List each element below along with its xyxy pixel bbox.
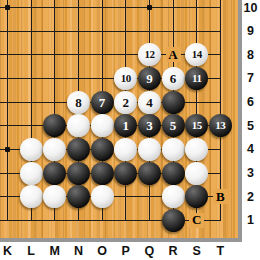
white-stone-R7: 6 xyxy=(162,67,185,90)
black-stone-Q7: 9 xyxy=(138,67,161,90)
white-stone-R4 xyxy=(162,138,185,161)
black-stone-O6: 7 xyxy=(91,91,114,114)
black-stone-R6 xyxy=(162,91,185,114)
move-number: 11 xyxy=(192,73,201,84)
black-stone-M5 xyxy=(43,114,66,137)
move-number: 12 xyxy=(144,49,154,60)
white-stone-Q8: 12 xyxy=(138,43,161,66)
black-stone-P5: 1 xyxy=(114,114,137,137)
white-stone-S4 xyxy=(185,138,208,161)
move-number: 8 xyxy=(75,96,82,109)
move-number: 4 xyxy=(146,96,153,109)
white-stone-N5 xyxy=(67,114,90,137)
move-number: 3 xyxy=(146,119,153,132)
star-point xyxy=(5,5,10,10)
column-coordinate-K: K xyxy=(0,243,16,259)
black-stone-N2 xyxy=(67,185,90,208)
star-point xyxy=(5,147,10,152)
grid-line-horizontal xyxy=(0,220,221,221)
point-label-C[interactable]: C xyxy=(189,213,204,228)
white-stone-O5 xyxy=(91,114,114,137)
column-coordinate-M: M xyxy=(46,243,63,259)
black-stone-Q3 xyxy=(138,162,161,185)
board-edge-bottom xyxy=(0,238,242,242)
column-coordinate-T: T xyxy=(212,243,229,259)
black-stone-M3 xyxy=(43,162,66,185)
white-stone-L2 xyxy=(20,185,43,208)
row-coordinate-2: 2 xyxy=(241,189,260,205)
white-stone-P7: 10 xyxy=(114,67,137,90)
row-coordinate-5: 5 xyxy=(241,118,260,134)
black-stone-S7: 11 xyxy=(185,67,208,90)
white-stone-N6: 8 xyxy=(67,91,90,114)
white-stone-P6: 2 xyxy=(114,91,137,114)
row-coordinate-3: 3 xyxy=(241,165,260,181)
black-stone-S5: 15 xyxy=(185,114,208,137)
white-stone-P4 xyxy=(114,138,137,161)
grid-line-horizontal xyxy=(0,31,221,32)
column-coordinate-O: O xyxy=(94,243,111,259)
row-coordinate-8: 8 xyxy=(241,47,260,63)
white-stone-O2 xyxy=(91,185,114,208)
black-stone-S2 xyxy=(185,185,208,208)
black-stone-R5: 5 xyxy=(162,114,185,137)
black-stone-R3 xyxy=(162,162,185,185)
go-diagram: ABC121410961187241351513 10987654321 KLM… xyxy=(0,0,260,260)
column-coordinate-P: P xyxy=(117,243,134,259)
move-number: 7 xyxy=(99,96,106,109)
move-number: 14 xyxy=(192,49,202,60)
white-stone-Q4 xyxy=(138,138,161,161)
row-coordinate-10: 10 xyxy=(241,0,260,16)
move-number: 10 xyxy=(121,73,131,84)
white-stone-M4 xyxy=(43,138,66,161)
column-coordinate-Q: Q xyxy=(141,243,158,259)
grid-line-vertical xyxy=(7,0,8,221)
column-coordinate-N: N xyxy=(70,243,87,259)
row-coordinate-6: 6 xyxy=(241,94,260,110)
white-stone-R2 xyxy=(162,185,185,208)
black-stone-R1 xyxy=(162,209,185,232)
point-label-B[interactable]: B xyxy=(213,189,228,204)
black-stone-O4 xyxy=(91,138,114,161)
column-coordinate-R: R xyxy=(165,243,182,259)
black-stone-Q5: 3 xyxy=(138,114,161,137)
black-stone-T5: 13 xyxy=(209,114,232,137)
grid-line-horizontal xyxy=(0,7,221,8)
move-number: 13 xyxy=(215,120,225,131)
move-number: 6 xyxy=(170,72,177,85)
white-stone-Q6: 4 xyxy=(138,91,161,114)
white-stone-S8: 14 xyxy=(185,43,208,66)
row-coordinate-4: 4 xyxy=(241,141,260,157)
black-stone-N4 xyxy=(67,138,90,161)
white-stone-S3 xyxy=(185,162,208,185)
black-stone-P3 xyxy=(114,162,137,185)
move-number: 9 xyxy=(146,72,153,85)
go-board[interactable]: ABC121410961187241351513 xyxy=(0,0,238,238)
row-coordinate-7: 7 xyxy=(241,70,260,86)
column-coordinate-S: S xyxy=(188,243,205,259)
move-number: 5 xyxy=(170,119,177,132)
row-coordinate-1: 1 xyxy=(241,212,260,228)
row-coordinate-9: 9 xyxy=(241,23,260,39)
move-number: 2 xyxy=(123,96,130,109)
black-stone-O3 xyxy=(91,162,114,185)
point-label-A[interactable]: A xyxy=(166,47,181,62)
white-stone-M2 xyxy=(43,185,66,208)
white-stone-L3 xyxy=(20,162,43,185)
white-stone-L4 xyxy=(20,138,43,161)
column-coordinate-L: L xyxy=(23,243,40,259)
move-number: 15 xyxy=(192,120,202,131)
star-point xyxy=(147,5,152,10)
move-number: 1 xyxy=(123,119,130,132)
black-stone-N3 xyxy=(67,162,90,185)
